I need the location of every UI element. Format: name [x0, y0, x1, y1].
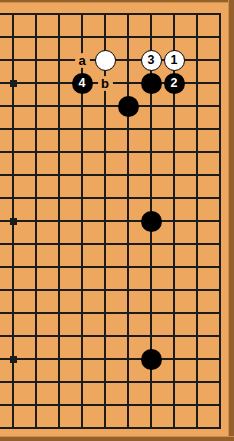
grid-line-horizontal	[0, 128, 221, 130]
stone-number: 1	[171, 54, 178, 67]
board-frame-right-edge	[228, 0, 234, 441]
grid-line-horizontal	[0, 197, 221, 199]
stone-number: 3	[148, 54, 155, 67]
board-frame-bottom-edge	[0, 436, 234, 441]
white-stone: 1	[164, 50, 185, 71]
black-stone	[141, 211, 162, 232]
grid-line-horizontal	[0, 13, 221, 15]
point-label-b: b	[98, 76, 113, 91]
grid-line-horizontal	[0, 358, 221, 360]
grid-line-vertical	[219, 13, 221, 429]
grid-line-vertical	[196, 13, 198, 429]
hoshi-marker	[10, 356, 17, 363]
grid-line-horizontal	[0, 381, 221, 383]
grid-line-horizontal	[0, 404, 221, 406]
grid-line-horizontal	[0, 427, 221, 429]
grid-line-horizontal	[0, 312, 221, 314]
black-stone	[141, 349, 162, 370]
grid-line-horizontal	[0, 220, 221, 222]
stone-number: 4	[79, 77, 86, 90]
grid-line-horizontal	[0, 36, 221, 38]
hoshi-marker	[10, 218, 17, 225]
stone-number: 2	[171, 77, 178, 90]
go-board-diagram: 3142ab	[0, 0, 234, 441]
hoshi-marker	[10, 80, 17, 87]
grid-line-vertical	[127, 13, 129, 429]
black-stone: 4	[72, 73, 93, 94]
grid-line-vertical	[35, 13, 37, 429]
grid-line-horizontal	[0, 105, 221, 107]
grid-line-vertical	[58, 13, 60, 429]
white-stone: 3	[141, 50, 162, 71]
black-stone	[141, 73, 162, 94]
grid-line-horizontal	[0, 335, 221, 337]
grid-line-horizontal	[0, 174, 221, 176]
white-stone	[95, 50, 116, 71]
grid-line-horizontal	[0, 289, 221, 291]
grid-line-horizontal	[0, 243, 221, 245]
point-label-a: a	[75, 53, 90, 68]
grid-line-horizontal	[0, 151, 221, 153]
black-stone	[118, 96, 139, 117]
grid-line-horizontal	[0, 266, 221, 268]
board-frame-top-edge	[0, 0, 234, 3]
black-stone: 2	[164, 73, 185, 94]
